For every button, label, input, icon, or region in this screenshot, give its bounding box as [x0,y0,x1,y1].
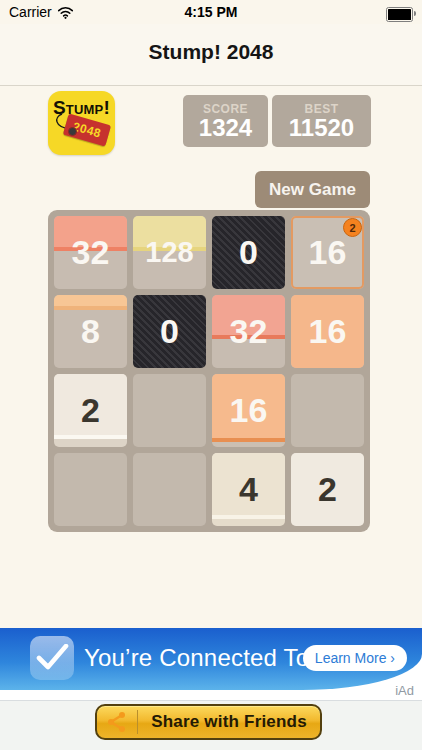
tile-value: 16 [291,295,364,368]
share-label: Share with Friends [138,712,320,732]
best-value: 11520 [272,116,371,140]
page-title: Stump! 2048 [0,40,422,64]
app-icon: Stump! 2048 [48,91,115,155]
iad-banner-blue: You’re Connected To iAd Learn More › [0,628,422,690]
tile-value: 8 [54,295,127,368]
score-value: 1324 [183,116,268,140]
tile-8: 8 [54,295,127,368]
empty-cell [291,374,364,447]
iad-label: iAd [395,683,414,698]
tile-4: 4 [212,453,285,526]
checkmark-icon [30,636,74,680]
tile-0: 0 [133,295,206,368]
tile-value: 0 [133,295,206,368]
battery-icon [386,7,413,22]
tile-value: 4 [212,453,285,526]
tile-2: 2 [54,374,127,447]
tile-16: 16 [291,295,364,368]
empty-cell [133,374,206,447]
tile-16: 16 [212,374,285,447]
tile-2: 2 [291,453,364,526]
tile-badge: 2 [343,218,362,237]
tile-value: 32 [54,216,127,289]
tile-value: 16 [212,374,285,447]
board[interactable]: 32128016280321621642 [48,210,370,532]
learn-more-button[interactable]: Learn More › [303,645,407,671]
tile-value: 2 [291,453,364,526]
tile-value: 128 [133,216,206,289]
empty-cell [133,453,206,526]
share-icon [97,711,137,733]
tile-32: 32 [54,216,127,289]
score-box: SCORE 1324 [183,95,268,147]
tile-32: 32 [212,295,285,368]
iad-banner[interactable]: You’re Connected To iAd Learn More › iAd [0,628,422,701]
tile-0: 0 [212,216,285,289]
tile-16: 162 [291,216,364,289]
new-game-button[interactable]: New Game [255,171,370,208]
tag-grommet-icon [68,127,77,136]
empty-cell [54,453,127,526]
status-bar: Carrier 4:15 PM [0,0,422,24]
best-box: BEST 11520 [272,95,371,147]
tile-value: 2 [54,374,127,447]
clock: 4:15 PM [0,4,422,20]
share-with-friends-button[interactable]: Share with Friends [95,704,322,740]
tile-128: 128 [133,216,206,289]
tile-value: 0 [212,216,285,289]
tile-value: 32 [212,295,285,368]
nav-bar: Stump! 2048 [0,24,422,86]
